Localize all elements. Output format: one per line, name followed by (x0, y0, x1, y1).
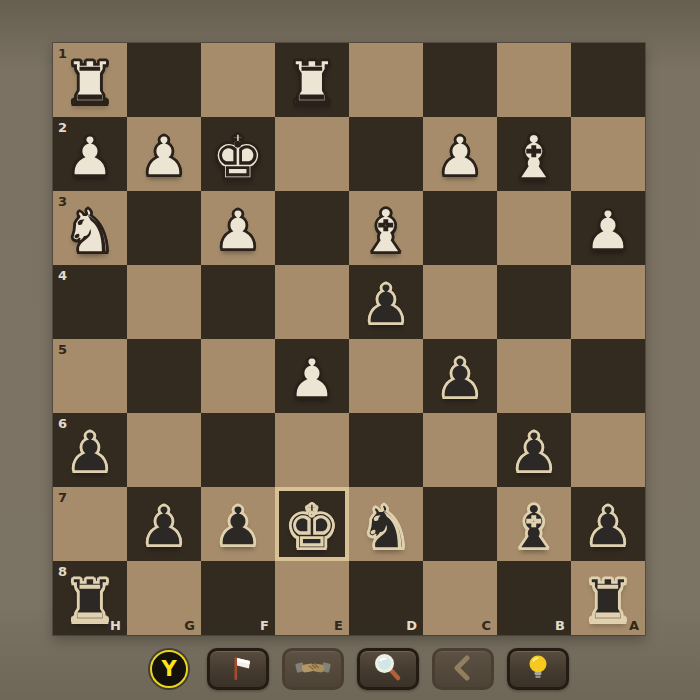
piece-black-pawn[interactable]: ♟ (584, 490, 632, 564)
piece-black-pawn[interactable]: ♟ (140, 490, 188, 564)
rank-label-5: 5 (58, 343, 67, 356)
resign-button[interactable] (207, 648, 269, 690)
draw-offer-button[interactable] (282, 648, 344, 690)
square-h1[interactable]: 1♜ (53, 43, 127, 117)
square-d7[interactable]: ♞ (349, 487, 423, 561)
square-e6[interactable] (275, 413, 349, 487)
piece-white-pawn[interactable]: ♟ (288, 342, 336, 416)
piece-black-knight[interactable]: ♞ (359, 490, 413, 564)
rank-label-7: 7 (58, 491, 67, 504)
square-f1[interactable] (201, 43, 275, 117)
square-h7[interactable]: 7 (53, 487, 127, 561)
game-toolbar: Y (150, 648, 569, 690)
piece-black-pawn[interactable]: ♟ (362, 268, 410, 342)
piece-white-pawn[interactable]: ♟ (140, 120, 188, 194)
square-e8[interactable]: E (275, 561, 349, 635)
square-g1[interactable] (127, 43, 201, 117)
square-a6[interactable] (571, 413, 645, 487)
chevron-left-icon (448, 652, 478, 687)
square-e1[interactable]: ♜ (275, 43, 349, 117)
hint-button[interactable] (507, 648, 569, 690)
square-a8[interactable]: A♜ (571, 561, 645, 635)
piece-black-bishop[interactable]: ♝ (507, 490, 561, 564)
square-h3[interactable]: 3♞ (53, 191, 127, 265)
square-b1[interactable] (497, 43, 571, 117)
file-label-g: G (184, 619, 195, 632)
piece-white-king[interactable]: ♚ (211, 120, 265, 194)
square-a5[interactable] (571, 339, 645, 413)
square-d2[interactable] (349, 117, 423, 191)
file-label-e: E (334, 619, 343, 632)
piece-white-pawn[interactable]: ♟ (436, 120, 484, 194)
piece-black-pawn[interactable]: ♟ (510, 416, 558, 490)
piece-black-pawn[interactable]: ♟ (214, 490, 262, 564)
square-c5[interactable]: ♟ (423, 339, 497, 413)
piece-white-pawn[interactable]: ♟ (66, 120, 114, 194)
piece-white-knight[interactable]: ♞ (63, 194, 117, 268)
piece-white-pawn[interactable]: ♟ (214, 194, 262, 268)
square-e3[interactable] (275, 191, 349, 265)
square-f8[interactable]: F (201, 561, 275, 635)
square-c2[interactable]: ♟ (423, 117, 497, 191)
lightbulb-icon (522, 652, 554, 687)
square-g2[interactable]: ♟ (127, 117, 201, 191)
handshake-icon (295, 652, 331, 687)
rank-label-4: 4 (58, 269, 67, 282)
square-e4[interactable] (275, 265, 349, 339)
square-f6[interactable] (201, 413, 275, 487)
square-e7[interactable]: ♚ (275, 487, 349, 561)
piece-white-bishop[interactable]: ♝ (359, 194, 413, 268)
piece-black-pawn[interactable]: ♟ (436, 342, 484, 416)
square-b8[interactable]: B (497, 561, 571, 635)
square-h4[interactable]: 4 (53, 265, 127, 339)
square-g3[interactable] (127, 191, 201, 265)
square-c8[interactable]: C (423, 561, 497, 635)
square-e5[interactable]: ♟ (275, 339, 349, 413)
square-f5[interactable] (201, 339, 275, 413)
square-a2[interactable] (571, 117, 645, 191)
chess-board: 1♜♜2♟♟♚♟♝3♞♟♝♟4♟5♟♟6♟♟7♟♟♚♞♝♟8H♜GFEDCBA♜ (53, 43, 645, 635)
square-h8[interactable]: 8H♜ (53, 561, 127, 635)
square-h6[interactable]: 6♟ (53, 413, 127, 487)
piece-white-pawn[interactable]: ♟ (584, 194, 632, 268)
square-f3[interactable]: ♟ (201, 191, 275, 265)
square-c7[interactable] (423, 487, 497, 561)
file-label-b: B (555, 619, 565, 632)
square-b4[interactable] (497, 265, 571, 339)
square-b6[interactable]: ♟ (497, 413, 571, 487)
square-c3[interactable] (423, 191, 497, 265)
square-d1[interactable] (349, 43, 423, 117)
square-c1[interactable] (423, 43, 497, 117)
player-turn-badge: Y (150, 650, 188, 688)
analyze-button[interactable] (357, 648, 419, 690)
piece-white-bishop[interactable]: ♝ (507, 120, 561, 194)
square-d5[interactable] (349, 339, 423, 413)
square-f7[interactable]: ♟ (201, 487, 275, 561)
square-h5[interactable]: 5 (53, 339, 127, 413)
square-h2[interactable]: 2♟ (53, 117, 127, 191)
square-g7[interactable]: ♟ (127, 487, 201, 561)
square-a3[interactable]: ♟ (571, 191, 645, 265)
square-f4[interactable] (201, 265, 275, 339)
square-d8[interactable]: D (349, 561, 423, 635)
square-b3[interactable] (497, 191, 571, 265)
square-c4[interactable] (423, 265, 497, 339)
square-a4[interactable] (571, 265, 645, 339)
square-g6[interactable] (127, 413, 201, 487)
file-label-c: C (481, 619, 491, 632)
flag-icon (222, 652, 254, 687)
square-d3[interactable]: ♝ (349, 191, 423, 265)
magnifier-icon (372, 652, 404, 687)
square-g5[interactable] (127, 339, 201, 413)
piece-black-rook[interactable]: ♜ (581, 564, 635, 638)
square-g8[interactable]: G (127, 561, 201, 635)
square-c6[interactable] (423, 413, 497, 487)
file-label-f: F (260, 619, 269, 632)
piece-black-pawn[interactable]: ♟ (66, 416, 114, 490)
piece-white-rook[interactable]: ♜ (285, 46, 339, 120)
square-b2[interactable]: ♝ (497, 117, 571, 191)
square-d6[interactable] (349, 413, 423, 487)
piece-white-rook[interactable]: ♜ (63, 46, 117, 120)
undo-button[interactable] (432, 648, 494, 690)
square-g4[interactable] (127, 265, 201, 339)
file-label-d: D (406, 619, 417, 632)
square-a1[interactable] (571, 43, 645, 117)
square-e2[interactable] (275, 117, 349, 191)
piece-black-rook[interactable]: ♜ (63, 564, 117, 638)
square-d4[interactable]: ♟ (349, 265, 423, 339)
square-b5[interactable] (497, 339, 571, 413)
piece-black-king[interactable]: ♚ (285, 490, 339, 564)
square-b7[interactable]: ♝ (497, 487, 571, 561)
square-a7[interactable]: ♟ (571, 487, 645, 561)
square-f2[interactable]: ♚ (201, 117, 275, 191)
